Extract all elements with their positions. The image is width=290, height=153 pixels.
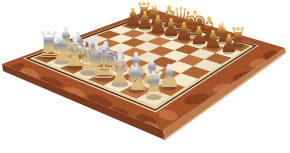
chess-board [0, 0, 290, 153]
chess-set-photo: ♜♞♝♛♚♝♞♜♟♟♟♟♟♟♟♟♟♟♟♟♟♟♟♟♜♞♝♛♚♝♞♜ [0, 0, 290, 153]
